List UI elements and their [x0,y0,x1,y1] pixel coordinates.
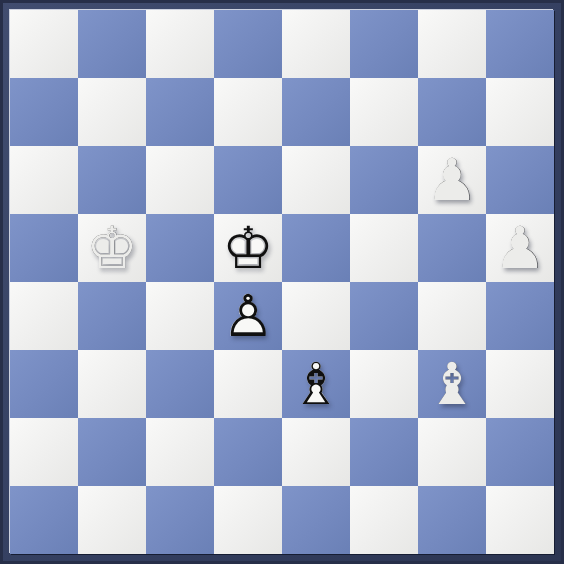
board-frame: ♙♟♔♚♚♔♙♟♟♙♝♗♗♝ [0,0,564,564]
square-b3[interactable] [78,350,146,418]
square-f3[interactable] [350,350,418,418]
square-c7[interactable] [146,78,214,146]
square-d2[interactable] [214,418,282,486]
square-c2[interactable] [146,418,214,486]
square-f8[interactable] [350,10,418,78]
square-e8[interactable] [282,10,350,78]
square-d6[interactable] [214,146,282,214]
square-b5[interactable]: ♔♚ [78,214,146,282]
square-f4[interactable] [350,282,418,350]
square-g1[interactable] [418,486,486,554]
square-g6[interactable]: ♙♟ [418,146,486,214]
square-d1[interactable] [214,486,282,554]
square-h7[interactable] [486,78,554,146]
white-pawn[interactable]: ♟♙ [214,282,282,350]
white-pawn-outline-glyph: ♙ [214,282,282,350]
square-a2[interactable] [10,418,78,486]
chess-board: ♙♟♔♚♚♔♙♟♟♙♝♗♗♝ [10,10,554,554]
square-d3[interactable] [214,350,282,418]
square-a3[interactable] [10,350,78,418]
square-d5[interactable]: ♚♔ [214,214,282,282]
square-f7[interactable] [350,78,418,146]
black-pawn-fill-glyph: ♟ [486,214,554,282]
square-g3[interactable]: ♗♝ [418,350,486,418]
black-bishop[interactable]: ♗♝ [418,350,486,418]
square-g5[interactable] [418,214,486,282]
square-h6[interactable] [486,146,554,214]
square-b4[interactable] [78,282,146,350]
black-king-fill-glyph: ♚ [78,214,146,282]
square-f2[interactable] [350,418,418,486]
square-h3[interactable] [486,350,554,418]
black-bishop-fill-glyph: ♝ [418,350,486,418]
square-a8[interactable] [10,10,78,78]
square-a4[interactable] [10,282,78,350]
square-a5[interactable] [10,214,78,282]
square-h1[interactable] [486,486,554,554]
white-bishop-outline-glyph: ♗ [282,350,350,418]
square-f6[interactable] [350,146,418,214]
square-e7[interactable] [282,78,350,146]
square-a6[interactable] [10,146,78,214]
square-b6[interactable] [78,146,146,214]
square-d4[interactable]: ♟♙ [214,282,282,350]
square-e5[interactable] [282,214,350,282]
square-h4[interactable] [486,282,554,350]
black-pawn[interactable]: ♙♟ [486,214,554,282]
square-h8[interactable] [486,10,554,78]
square-g4[interactable] [418,282,486,350]
square-h2[interactable] [486,418,554,486]
square-c8[interactable] [146,10,214,78]
square-c1[interactable] [146,486,214,554]
square-b1[interactable] [78,486,146,554]
black-king[interactable]: ♔♚ [78,214,146,282]
square-e6[interactable] [282,146,350,214]
square-c6[interactable] [146,146,214,214]
square-d8[interactable] [214,10,282,78]
square-f1[interactable] [350,486,418,554]
white-bishop[interactable]: ♝♗ [282,350,350,418]
square-e1[interactable] [282,486,350,554]
square-g7[interactable] [418,78,486,146]
square-f5[interactable] [350,214,418,282]
square-e3[interactable]: ♝♗ [282,350,350,418]
square-h5[interactable]: ♙♟ [486,214,554,282]
square-d7[interactable] [214,78,282,146]
square-g8[interactable] [418,10,486,78]
black-pawn[interactable]: ♙♟ [418,146,486,214]
black-pawn-fill-glyph: ♟ [418,146,486,214]
square-b2[interactable] [78,418,146,486]
square-b8[interactable] [78,10,146,78]
square-e2[interactable] [282,418,350,486]
white-king-outline-glyph: ♔ [214,214,282,282]
square-b7[interactable] [78,78,146,146]
square-a1[interactable] [10,486,78,554]
square-c5[interactable] [146,214,214,282]
square-a7[interactable] [10,78,78,146]
square-c3[interactable] [146,350,214,418]
square-e4[interactable] [282,282,350,350]
white-king[interactable]: ♚♔ [214,214,282,282]
square-g2[interactable] [418,418,486,486]
square-c4[interactable] [146,282,214,350]
